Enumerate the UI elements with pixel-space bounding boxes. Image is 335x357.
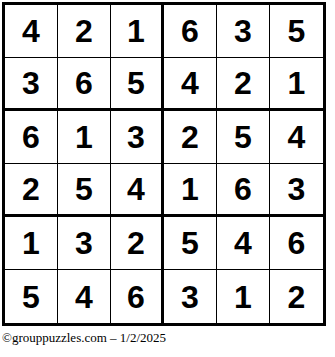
cell-r3c1[interactable]: 6 bbox=[5, 111, 58, 164]
copyright-credit: ©grouppuzzles.com – 1/2/2025 bbox=[2, 330, 335, 346]
cell-r6c5[interactable]: 1 bbox=[217, 270, 270, 323]
cell-r6c6[interactable]: 2 bbox=[270, 270, 323, 323]
cell-r1c6[interactable]: 5 bbox=[270, 5, 323, 58]
cell-r6c3[interactable]: 6 bbox=[111, 270, 164, 323]
cell-r5c5[interactable]: 4 bbox=[217, 217, 270, 270]
cell-r1c2[interactable]: 2 bbox=[58, 5, 111, 58]
cell-r2c5[interactable]: 2 bbox=[217, 58, 270, 111]
cell-r6c1[interactable]: 5 bbox=[5, 270, 58, 323]
cell-r3c6[interactable]: 4 bbox=[270, 111, 323, 164]
cell-r1c1[interactable]: 4 bbox=[5, 5, 58, 58]
cell-r3c3[interactable]: 3 bbox=[111, 111, 164, 164]
cell-r5c4[interactable]: 5 bbox=[164, 217, 217, 270]
cell-r2c6[interactable]: 1 bbox=[270, 58, 323, 111]
cell-r5c3[interactable]: 2 bbox=[111, 217, 164, 270]
cell-r3c4[interactable]: 2 bbox=[164, 111, 217, 164]
cell-r5c2[interactable]: 3 bbox=[58, 217, 111, 270]
cell-r2c4[interactable]: 4 bbox=[164, 58, 217, 111]
cell-r5c1[interactable]: 1 bbox=[5, 217, 58, 270]
cell-r1c4[interactable]: 6 bbox=[164, 5, 217, 58]
cell-r1c5[interactable]: 3 bbox=[217, 5, 270, 58]
cell-r2c3[interactable]: 5 bbox=[111, 58, 164, 111]
cell-r4c6[interactable]: 3 bbox=[270, 164, 323, 217]
cell-r2c1[interactable]: 3 bbox=[5, 58, 58, 111]
cell-r4c1[interactable]: 2 bbox=[5, 164, 58, 217]
cell-r3c5[interactable]: 5 bbox=[217, 111, 270, 164]
cell-r6c4[interactable]: 3 bbox=[164, 270, 217, 323]
cell-r3c2[interactable]: 1 bbox=[58, 111, 111, 164]
cell-r6c2[interactable]: 4 bbox=[58, 270, 111, 323]
cell-r4c3[interactable]: 4 bbox=[111, 164, 164, 217]
cell-r2c2[interactable]: 6 bbox=[58, 58, 111, 111]
sudoku-grid: 421635365421613254254163132546546312 bbox=[2, 2, 326, 326]
cell-r4c2[interactable]: 5 bbox=[58, 164, 111, 217]
sudoku-page: 421635365421613254254163132546546312 ©gr… bbox=[0, 0, 335, 346]
cell-r5c6[interactable]: 6 bbox=[270, 217, 323, 270]
cell-r1c3[interactable]: 1 bbox=[111, 5, 164, 58]
cell-r4c5[interactable]: 6 bbox=[217, 164, 270, 217]
cell-r4c4[interactable]: 1 bbox=[164, 164, 217, 217]
